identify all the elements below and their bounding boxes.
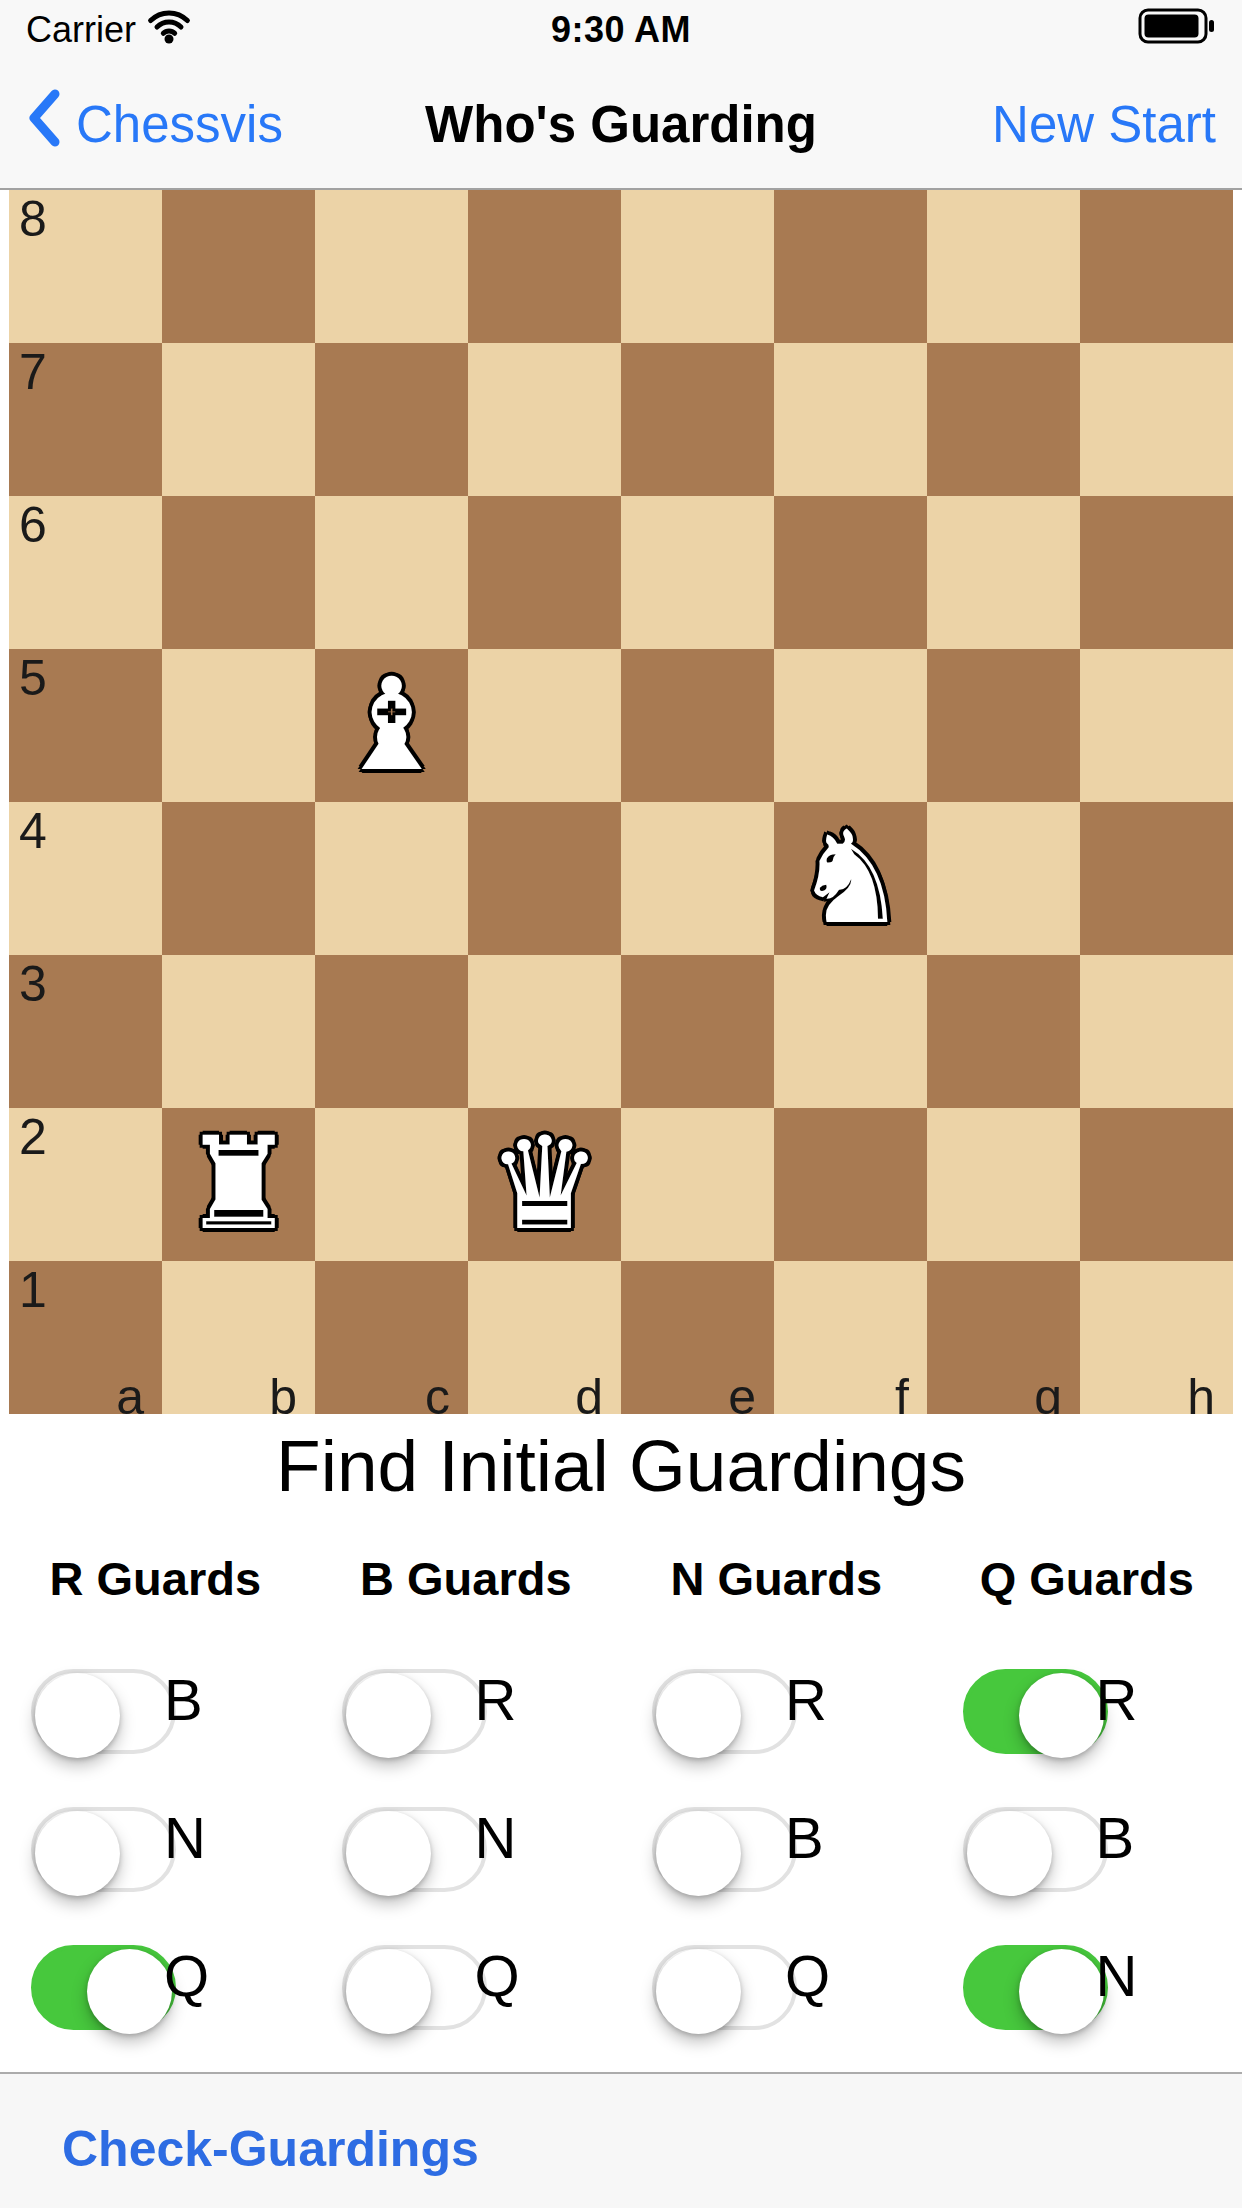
toggle-knob: [656, 1673, 741, 1758]
rank-label-3: 3: [19, 957, 47, 1012]
square-a4: 4: [9, 802, 162, 955]
square-c5: ♝: [315, 649, 468, 802]
new-start-button[interactable]: New Start: [992, 95, 1216, 154]
square-b8: [162, 190, 315, 343]
toggle-row: R: [621, 1642, 932, 1780]
square-h7: [1080, 343, 1233, 496]
toggle-row: N: [932, 1918, 1242, 2056]
square-h3: [1080, 955, 1233, 1108]
square-b6: [162, 496, 315, 649]
toggle-label-n: N: [1096, 1942, 1138, 2009]
square-b5: [162, 649, 315, 802]
square-g3: [927, 955, 1080, 1108]
square-c2: [315, 1108, 468, 1261]
toggle-label-r: R: [1096, 1666, 1138, 1733]
guard-column-b: B GuardsRNQ: [311, 1551, 622, 2056]
square-e6: [621, 496, 774, 649]
toggle-row: R: [932, 1642, 1242, 1780]
toggle-knob: [967, 1811, 1052, 1896]
square-g6: [927, 496, 1080, 649]
square-e5: [621, 649, 774, 802]
battery-icon: [1138, 7, 1216, 54]
guard-column-header-n: N Guards: [621, 1551, 932, 1606]
toggle-q-guards-n[interactable]: [963, 1945, 1108, 2030]
white-bishop-c5: ♝: [334, 658, 449, 792]
toggle-knob: [346, 1673, 431, 1758]
white-queen-d2: ♛: [487, 1117, 602, 1251]
guard-panel: R GuardsBNQB GuardsRNQN GuardsRBQQ Guard…: [0, 1551, 1242, 2056]
file-label-b: b: [269, 1369, 297, 1415]
wifi-icon: [146, 8, 192, 53]
square-b7: [162, 343, 315, 496]
square-g4: [927, 802, 1080, 955]
square-c6: [315, 496, 468, 649]
toggle-b-guards-r[interactable]: [342, 1669, 487, 1754]
square-e8: [621, 190, 774, 343]
square-d6: [468, 496, 621, 649]
square-a7: 7: [9, 343, 162, 496]
toggle-n-guards-b[interactable]: [652, 1807, 797, 1892]
square-c4: [315, 802, 468, 955]
toggle-row: Q: [621, 1918, 932, 2056]
toggle-knob: [35, 1811, 120, 1896]
square-b2: ♜: [162, 1108, 315, 1261]
white-rook-b2: ♜: [181, 1117, 296, 1251]
square-a8: 8: [9, 190, 162, 343]
square-g1: g: [927, 1261, 1080, 1414]
toggle-row: Q: [0, 1918, 311, 2056]
square-h2: [1080, 1108, 1233, 1261]
nav-bar: Chessvis Who's Guarding New Start: [0, 60, 1242, 190]
white-knight-f4: ♞: [793, 811, 908, 945]
toggle-row: N: [0, 1780, 311, 1918]
square-b1: b: [162, 1261, 315, 1414]
back-button[interactable]: Chessvis: [26, 89, 283, 159]
toggle-row: Q: [311, 1918, 622, 2056]
toggle-n-guards-q[interactable]: [652, 1945, 797, 2030]
file-label-d: d: [575, 1369, 603, 1415]
square-f6: [774, 496, 927, 649]
toggle-knob: [346, 1811, 431, 1896]
square-e2: [621, 1108, 774, 1261]
square-d2: ♛: [468, 1108, 621, 1261]
toggle-n-guards-r[interactable]: [652, 1669, 797, 1754]
carrier-label: Carrier: [26, 9, 136, 51]
square-a3: 3: [9, 955, 162, 1108]
rank-label-6: 6: [19, 498, 47, 553]
square-a5: 5: [9, 649, 162, 802]
bottom-toolbar: Check-Guardings: [0, 2072, 1242, 2208]
toggle-label-n: N: [475, 1804, 517, 1871]
square-c3: [315, 955, 468, 1108]
square-f4: ♞: [774, 802, 927, 955]
toggle-knob: [656, 1811, 741, 1896]
toggle-row: B: [621, 1780, 932, 1918]
carrier-group: Carrier: [26, 8, 192, 53]
square-b3: [162, 955, 315, 1108]
rank-label-8: 8: [19, 192, 47, 247]
panel-heading: Find Initial Guardings: [0, 1424, 1242, 1507]
toggle-knob: [1019, 1949, 1104, 2034]
toggle-row: B: [932, 1780, 1242, 1918]
guard-column-r: R GuardsBNQ: [0, 1551, 311, 2056]
rank-label-5: 5: [19, 651, 47, 706]
toggle-label-n: N: [164, 1804, 206, 1871]
square-e1: e: [621, 1261, 774, 1414]
toggle-q-guards-b[interactable]: [963, 1807, 1108, 1892]
toggle-label-r: R: [785, 1666, 827, 1733]
square-h6: [1080, 496, 1233, 649]
file-label-h: h: [1187, 1369, 1215, 1415]
check-guardings-button[interactable]: Check-Guardings: [62, 2120, 479, 2178]
toggle-knob: [1019, 1673, 1104, 1758]
rank-label-2: 2: [19, 1110, 47, 1165]
square-c7: [315, 343, 468, 496]
file-label-e: e: [728, 1369, 756, 1415]
square-f7: [774, 343, 927, 496]
square-g7: [927, 343, 1080, 496]
square-g5: [927, 649, 1080, 802]
guard-column-n: N GuardsRBQ: [621, 1551, 932, 2056]
toggle-r-guards-n[interactable]: [31, 1807, 176, 1892]
file-label-f: f: [895, 1369, 909, 1415]
square-d3: [468, 955, 621, 1108]
toggle-knob: [35, 1673, 120, 1758]
top-chrome: Carrier 9:30 AM: [0, 0, 1242, 190]
square-d7: [468, 343, 621, 496]
square-d5: [468, 649, 621, 802]
square-a6: 6: [9, 496, 162, 649]
square-h1: h: [1080, 1261, 1233, 1414]
square-f2: [774, 1108, 927, 1261]
rank-label-7: 7: [19, 345, 47, 400]
toggle-knob: [87, 1949, 172, 2034]
guard-rows: RBQ: [621, 1642, 932, 2056]
toggle-r-guards-b[interactable]: [31, 1669, 176, 1754]
file-label-c: c: [425, 1369, 450, 1415]
file-label-a: a: [116, 1369, 144, 1415]
square-d8: [468, 190, 621, 343]
square-h8: [1080, 190, 1233, 343]
square-d4: [468, 802, 621, 955]
guard-column-header-r: R Guards: [0, 1551, 311, 1606]
toggle-row: B: [0, 1642, 311, 1780]
square-b4: [162, 802, 315, 955]
square-f5: [774, 649, 927, 802]
square-a1: 1a: [9, 1261, 162, 1414]
square-f1: f: [774, 1261, 927, 1414]
toggle-r-guards-q[interactable]: [31, 1945, 176, 2030]
toggle-label-b: B: [164, 1666, 203, 1733]
square-d1: d: [468, 1261, 621, 1414]
toggle-q-guards-r[interactable]: [963, 1669, 1108, 1754]
square-f3: [774, 955, 927, 1108]
guard-rows: BNQ: [0, 1642, 311, 2056]
rank-label-1: 1: [19, 1263, 47, 1318]
status-bar: Carrier 9:30 AM: [0, 0, 1242, 60]
guard-column-q: Q GuardsRBN: [932, 1551, 1242, 2056]
square-h4: [1080, 802, 1233, 955]
toggle-label-q: Q: [475, 1942, 520, 2009]
square-h5: [1080, 649, 1233, 802]
square-g8: [927, 190, 1080, 343]
square-e4: [621, 802, 774, 955]
guard-rows: RNQ: [311, 1642, 622, 2056]
back-chevron-icon: [26, 89, 60, 159]
toggle-label-b: B: [1096, 1804, 1135, 1871]
toggle-knob: [656, 1949, 741, 2034]
toggle-b-guards-q[interactable]: [342, 1945, 487, 2030]
toggle-knob: [346, 1949, 431, 2034]
square-f8: [774, 190, 927, 343]
file-label-g: g: [1034, 1369, 1062, 1415]
toggle-label-q: Q: [164, 1942, 209, 2009]
toggle-label-q: Q: [785, 1942, 830, 2009]
square-e3: [621, 955, 774, 1108]
toggle-row: N: [311, 1780, 622, 1918]
square-g2: [927, 1108, 1080, 1261]
square-c8: [315, 190, 468, 343]
square-e7: [621, 343, 774, 496]
square-c1: c: [315, 1261, 468, 1414]
back-label: Chessvis: [76, 95, 283, 154]
toggle-label-r: R: [475, 1666, 517, 1733]
guard-rows: RBN: [932, 1642, 1242, 2056]
guard-column-header-b: B Guards: [311, 1551, 622, 1606]
square-a2: 2: [9, 1108, 162, 1261]
toggle-row: R: [311, 1642, 622, 1780]
chess-board: 8765♝4♞32♜♛1abcdefgh: [9, 190, 1233, 1414]
rank-label-4: 4: [19, 804, 47, 859]
guard-column-header-q: Q Guards: [932, 1551, 1242, 1606]
toggle-label-b: B: [785, 1804, 824, 1871]
toggle-b-guards-n[interactable]: [342, 1807, 487, 1892]
